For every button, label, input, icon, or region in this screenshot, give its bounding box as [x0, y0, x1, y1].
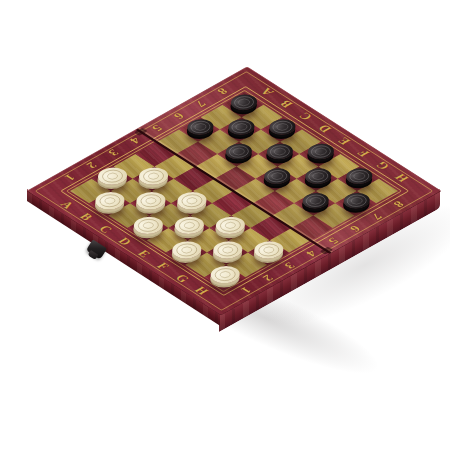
label-letter-far-B: B [272, 95, 300, 112]
checker-white-C2[interactable] [130, 188, 171, 213]
label-letter-far-F: F [349, 145, 377, 162]
label-letter-near-A: A [53, 196, 81, 213]
checker-white-B1[interactable] [89, 188, 130, 213]
checker-white-F1[interactable] [166, 238, 207, 263]
label-letter-far-C: C [291, 108, 319, 125]
checker-white-B3[interactable] [133, 164, 174, 189]
checker-white-H1[interactable] [205, 262, 246, 287]
label-letter-near-C: C [91, 220, 119, 237]
checker-white-H3[interactable] [248, 238, 289, 263]
checker-black-E6[interactable] [258, 165, 295, 187]
checker-black-B7[interactable] [222, 116, 259, 138]
checker-white-E2[interactable] [169, 213, 210, 238]
label-number-far-1: 1 [55, 169, 83, 186]
checker-black-G8[interactable] [340, 165, 377, 187]
checker-black-C8[interactable] [263, 116, 300, 138]
label-letter-near-D: D [110, 233, 138, 250]
label-letter-near-B: B [72, 208, 100, 225]
checker-black-H7[interactable] [338, 190, 375, 212]
label-letter-far-G: G [368, 157, 396, 174]
checker-black-G6[interactable] [297, 190, 334, 212]
label-letter-near-G: G [168, 270, 196, 287]
checker-black-E8[interactable] [302, 141, 339, 163]
checker-white-F3[interactable] [210, 213, 251, 238]
label-letter-near-F: F [149, 257, 177, 274]
label-letter-near-H: H [187, 282, 215, 299]
checker-white-D1[interactable] [128, 213, 169, 238]
label-letter-near-E: E [129, 245, 157, 262]
label-letter-far-A: A [253, 83, 281, 100]
label-letter-far-E: E [329, 132, 357, 149]
checker-black-F7[interactable] [299, 165, 336, 187]
checker-black-C6[interactable] [220, 141, 257, 163]
label-number-far-3: 3 [99, 145, 127, 162]
checker-black-D7[interactable] [261, 141, 298, 163]
checkers-board: AABBCCDDEEFFGGHH1122334455667788 [26, 66, 442, 315]
product-photo-stage: AABBCCDDEEFFGGHH1122334455667788 [0, 0, 450, 450]
checker-white-G2[interactable] [207, 238, 248, 263]
checker-black-A6[interactable] [181, 116, 218, 138]
checker-white-A2[interactable] [92, 164, 133, 189]
label-letter-far-D: D [310, 120, 338, 137]
label-number-far-7: 7 [186, 95, 214, 112]
checker-white-D3[interactable] [171, 188, 212, 213]
label-letter-far-H: H [387, 169, 415, 186]
checker-black-A8[interactable] [225, 91, 262, 113]
